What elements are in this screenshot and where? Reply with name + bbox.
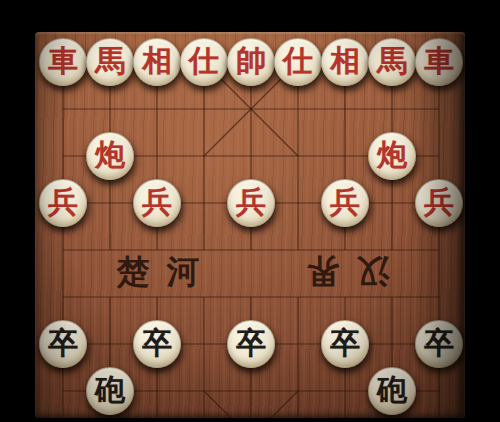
piece-black-p[interactable]: 卒 xyxy=(39,320,87,368)
piece-red-P[interactable]: 兵 xyxy=(133,179,181,227)
piece-label: 仕 xyxy=(189,46,219,76)
piece-black-c[interactable]: 砲 xyxy=(368,367,416,415)
piece-label: 兵 xyxy=(330,187,360,217)
piece-red-P[interactable]: 兵 xyxy=(415,179,463,227)
piece-label: 炮 xyxy=(95,140,125,170)
piece-label: 卒 xyxy=(330,328,360,358)
piece-red-K[interactable]: 帥 xyxy=(227,38,275,86)
piece-label: 車 xyxy=(424,46,454,76)
piece-label: 帥 xyxy=(236,46,266,76)
piece-red-R[interactable]: 車 xyxy=(39,38,87,86)
piece-label: 炮 xyxy=(377,140,407,170)
piece-red-B[interactable]: 相 xyxy=(133,38,181,86)
piece-red-B[interactable]: 相 xyxy=(321,38,369,86)
piece-red-R[interactable]: 車 xyxy=(415,38,463,86)
piece-red-A[interactable]: 仕 xyxy=(274,38,322,86)
piece-red-C[interactable]: 炮 xyxy=(368,132,416,180)
piece-label: 相 xyxy=(330,46,360,76)
piece-label: 馬 xyxy=(377,46,407,76)
piece-red-N[interactable]: 馬 xyxy=(368,38,416,86)
piece-label: 兵 xyxy=(142,187,172,217)
piece-label: 卒 xyxy=(142,328,172,358)
piece-label: 仕 xyxy=(283,46,313,76)
piece-label: 兵 xyxy=(48,187,78,217)
piece-red-P[interactable]: 兵 xyxy=(227,179,275,227)
piece-black-p[interactable]: 卒 xyxy=(415,320,463,368)
piece-label: 卒 xyxy=(236,328,266,358)
piece-label: 兵 xyxy=(424,187,454,217)
piece-red-C[interactable]: 炮 xyxy=(86,132,134,180)
piece-red-P[interactable]: 兵 xyxy=(39,179,87,227)
piece-label: 兵 xyxy=(236,187,266,217)
piece-label: 卒 xyxy=(48,328,78,358)
xiangqi-board: 楚河 汉界 車馬相仕帥仕相馬車炮炮兵兵兵兵兵卒卒卒卒卒砲砲 xyxy=(35,32,465,418)
scene: 楚河 汉界 車馬相仕帥仕相馬車炮炮兵兵兵兵兵卒卒卒卒卒砲砲 xyxy=(0,0,500,422)
piece-label: 砲 xyxy=(95,375,125,405)
piece-red-A[interactable]: 仕 xyxy=(180,38,228,86)
piece-red-N[interactable]: 馬 xyxy=(86,38,134,86)
piece-label: 馬 xyxy=(95,46,125,76)
piece-red-P[interactable]: 兵 xyxy=(321,179,369,227)
piece-label: 砲 xyxy=(377,375,407,405)
piece-black-p[interactable]: 卒 xyxy=(133,320,181,368)
piece-black-p[interactable]: 卒 xyxy=(321,320,369,368)
piece-label: 相 xyxy=(142,46,172,76)
piece-black-p[interactable]: 卒 xyxy=(227,320,275,368)
piece-black-c[interactable]: 砲 xyxy=(86,367,134,415)
piece-layer: 車馬相仕帥仕相馬車炮炮兵兵兵兵兵卒卒卒卒卒砲砲 xyxy=(40,39,463,415)
piece-label: 車 xyxy=(48,46,78,76)
piece-label: 卒 xyxy=(424,328,454,358)
